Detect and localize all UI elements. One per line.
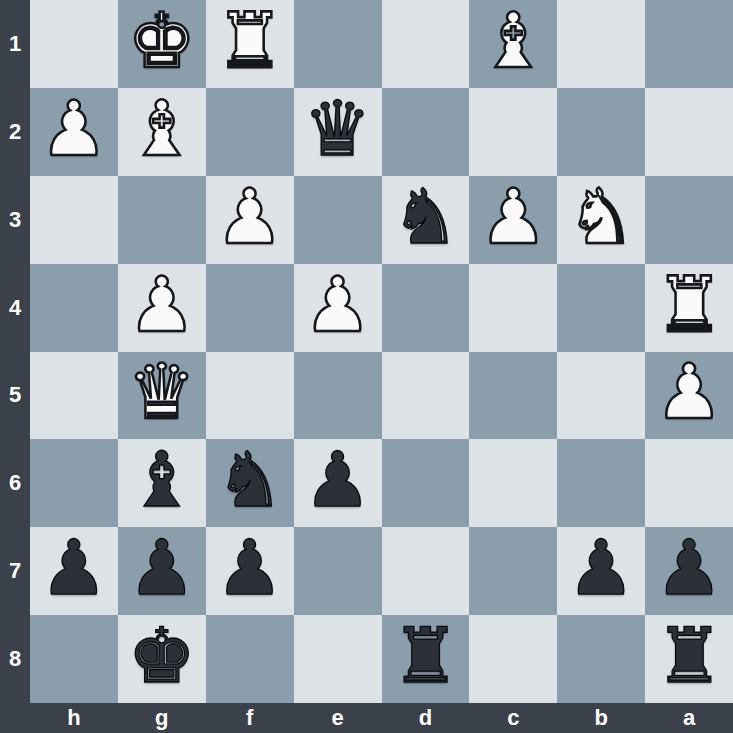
black-rook: ♜ [655,618,723,694]
black-pawn: ♟ [655,530,723,606]
board-corner [0,703,30,733]
square-g4[interactable]: ♟ [118,264,206,352]
black-bishop: ♝ [128,442,196,518]
square-c1[interactable]: ♝ [469,0,557,88]
black-pawn: ♟ [567,530,635,606]
file-label-e: e [294,703,382,733]
square-d8[interactable]: ♜ [382,615,470,703]
square-b3[interactable]: ♞ [557,176,645,264]
square-h1[interactable] [30,0,118,88]
square-e6[interactable]: ♟ [294,439,382,527]
file-label-f: f [206,703,294,733]
square-e2[interactable]: ♛ [294,88,382,176]
square-a5[interactable]: ♟ [645,352,733,440]
square-c8[interactable] [469,615,557,703]
square-b1[interactable] [557,0,645,88]
rank-label-4: 4 [0,264,30,352]
square-a1[interactable] [645,0,733,88]
white-king: ♚ [128,3,196,79]
square-b2[interactable] [557,88,645,176]
square-d5[interactable] [382,352,470,440]
square-a7[interactable]: ♟ [645,527,733,615]
square-d3[interactable]: ♞ [382,176,470,264]
square-b6[interactable] [557,439,645,527]
rank-label-3: 3 [0,176,30,264]
black-pawn: ♟ [303,442,371,518]
black-queen: ♛ [303,91,371,167]
square-f3[interactable]: ♟ [206,176,294,264]
square-f5[interactable] [206,352,294,440]
chess-board: 1♚♜♝2♟♝♛3♟♞♟♞4♟♟♜5♛♟6♝♞♟7♟♟♟♟♟8♚♜♜hgfedc… [0,0,733,733]
square-e7[interactable] [294,527,382,615]
black-rook: ♜ [391,618,459,694]
square-d7[interactable] [382,527,470,615]
square-c7[interactable] [469,527,557,615]
square-g1[interactable]: ♚ [118,0,206,88]
square-f1[interactable]: ♜ [206,0,294,88]
black-king: ♚ [128,618,196,694]
square-f8[interactable] [206,615,294,703]
file-label-a: a [645,703,733,733]
square-e4[interactable]: ♟ [294,264,382,352]
square-c5[interactable] [469,352,557,440]
square-g7[interactable]: ♟ [118,527,206,615]
white-knight: ♞ [567,179,635,255]
rank-label-8: 8 [0,615,30,703]
white-pawn: ♟ [40,91,108,167]
file-label-d: d [382,703,470,733]
square-a8[interactable]: ♜ [645,615,733,703]
file-label-g: g [118,703,206,733]
square-a2[interactable] [645,88,733,176]
rank-label-6: 6 [0,439,30,527]
square-h2[interactable]: ♟ [30,88,118,176]
file-label-c: c [469,703,557,733]
square-f7[interactable]: ♟ [206,527,294,615]
square-g6[interactable]: ♝ [118,439,206,527]
square-b8[interactable] [557,615,645,703]
white-pawn: ♟ [303,267,371,343]
white-rook: ♜ [216,3,284,79]
square-f6[interactable]: ♞ [206,439,294,527]
square-d4[interactable] [382,264,470,352]
white-bishop: ♝ [479,3,547,79]
file-label-b: b [557,703,645,733]
square-b7[interactable]: ♟ [557,527,645,615]
square-e1[interactable] [294,0,382,88]
rank-label-5: 5 [0,352,30,440]
square-c3[interactable]: ♟ [469,176,557,264]
black-pawn: ♟ [128,530,196,606]
black-knight: ♞ [216,442,284,518]
square-e8[interactable] [294,615,382,703]
white-pawn: ♟ [655,354,723,430]
black-knight: ♞ [391,179,459,255]
square-g2[interactable]: ♝ [118,88,206,176]
square-h7[interactable]: ♟ [30,527,118,615]
square-h4[interactable] [30,264,118,352]
square-g8[interactable]: ♚ [118,615,206,703]
square-g5[interactable]: ♛ [118,352,206,440]
white-pawn: ♟ [479,179,547,255]
square-c4[interactable] [469,264,557,352]
square-e3[interactable] [294,176,382,264]
file-label-h: h [30,703,118,733]
square-h8[interactable] [30,615,118,703]
white-pawn: ♟ [128,267,196,343]
square-c6[interactable] [469,439,557,527]
rank-label-2: 2 [0,88,30,176]
rank-label-7: 7 [0,527,30,615]
square-d6[interactable] [382,439,470,527]
white-pawn: ♟ [216,179,284,255]
black-pawn: ♟ [216,530,284,606]
square-f4[interactable] [206,264,294,352]
square-a4[interactable]: ♜ [645,264,733,352]
square-a3[interactable] [645,176,733,264]
square-d1[interactable] [382,0,470,88]
square-h6[interactable] [30,439,118,527]
square-b4[interactable] [557,264,645,352]
square-e5[interactable] [294,352,382,440]
rank-label-1: 1 [0,0,30,88]
square-f2[interactable] [206,88,294,176]
white-rook: ♜ [655,267,723,343]
square-h3[interactable] [30,176,118,264]
white-bishop: ♝ [128,91,196,167]
square-d2[interactable] [382,88,470,176]
white-queen: ♛ [128,354,196,430]
square-a6[interactable] [645,439,733,527]
square-h5[interactable] [30,352,118,440]
square-c2[interactable] [469,88,557,176]
square-b5[interactable] [557,352,645,440]
square-g3[interactable] [118,176,206,264]
black-pawn: ♟ [40,530,108,606]
